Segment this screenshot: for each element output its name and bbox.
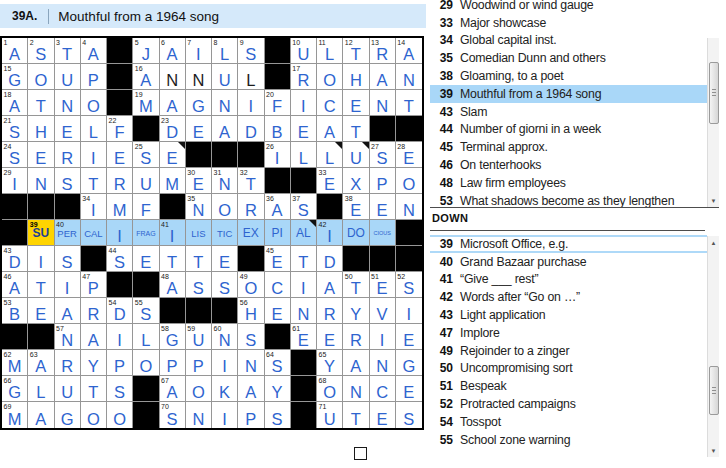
cell-letter: I: [291, 280, 316, 297]
grid-cell-r7c4[interactable]: 34I: [81, 194, 107, 220]
cell-letter: G: [396, 358, 422, 375]
grid-cell-r9c6[interactable]: E: [133, 246, 159, 272]
grid-cell-r8c2[interactable]: 39SU: [28, 220, 54, 246]
grid-cell-r11c15[interactable]: V: [370, 298, 396, 324]
cell-letter: C: [317, 98, 342, 115]
down-header-divider: [430, 230, 705, 231]
grid-cell-r5c5[interactable]: E: [107, 142, 133, 168]
grid-cell-r13c13[interactable]: 65Y: [317, 350, 343, 376]
cell-letter: I: [160, 228, 185, 245]
grid-cell-r8c10[interactable]: EX: [238, 220, 264, 246]
cell-letter: R: [238, 202, 263, 219]
across-clue-44[interactable]: 44Number of giorni in a week: [430, 121, 707, 139]
cell-letter: Y: [317, 358, 342, 375]
grid-cell-r13c15[interactable]: N: [370, 350, 396, 376]
grid-cell-r13c2[interactable]: 63A: [28, 350, 54, 376]
grid-cell-r10c15[interactable]: 51E: [370, 272, 396, 298]
grid-cell-r2c5: [107, 64, 133, 90]
cell-letter: D: [238, 124, 263, 141]
grid-cell-r2c14[interactable]: H: [343, 64, 369, 90]
grid-cell-r12c3[interactable]: 57N: [55, 324, 81, 350]
grid-cell-r6c5[interactable]: R: [107, 168, 133, 194]
grid-cell-r3c3[interactable]: N: [55, 90, 81, 116]
grid-cell-r3c9[interactable]: N: [212, 90, 238, 116]
grid-cell-r5c7[interactable]: E: [160, 142, 186, 168]
grid-cell-r4c11[interactable]: B: [265, 116, 291, 142]
grid-cell-r2c13[interactable]: O: [317, 64, 343, 90]
grid-cell-r14c13[interactable]: 68O: [317, 376, 343, 402]
across-clue-33[interactable]: 33Major showcase: [430, 14, 707, 32]
grid-cell-r15c10[interactable]: P: [238, 402, 264, 428]
grid-cell-r1c2[interactable]: 2S: [28, 38, 54, 64]
grid-cell-r8c9[interactable]: TIC: [212, 220, 238, 246]
down-clue-list: 39Microsoft Office, e.g.40Grand Bazaar p…: [430, 235, 707, 449]
across-clue-39[interactable]: 39Mouthful from a 1964 song: [430, 85, 707, 103]
grid-cell-r3c14[interactable]: E: [343, 90, 369, 116]
grid-cell-r10c9[interactable]: S: [212, 272, 238, 298]
grid-cell-r7c15[interactable]: E: [370, 194, 396, 220]
cell-letter: A: [370, 72, 395, 89]
cell-letter: T: [28, 280, 53, 297]
grid-cell-r9c12[interactable]: T: [291, 246, 317, 272]
grid-cell-r10c2[interactable]: T: [28, 272, 54, 298]
grid-cell-r7c1: [2, 194, 28, 220]
cell-letter: P: [160, 358, 185, 375]
grid-cell-r8c14[interactable]: DO: [343, 220, 369, 246]
cell-letter: D: [2, 254, 27, 271]
grid-cell-r5c9: [212, 142, 238, 168]
grid-cell-r11c5[interactable]: 54D: [107, 298, 133, 324]
across-clue-48[interactable]: 48Law firm employees: [430, 174, 707, 192]
grid-cell-r4c3[interactable]: E: [55, 116, 81, 142]
grid-cell-r1c3[interactable]: 3T: [55, 38, 81, 64]
grid-cell-r12c5[interactable]: I: [107, 324, 133, 350]
current-clue-number: 39A.: [12, 9, 37, 23]
cell-letter: E: [133, 254, 158, 271]
grid-cell-r8c7[interactable]: 41I: [160, 220, 186, 246]
down-clue-41[interactable]: 41“Give ___ rest”: [430, 271, 707, 289]
across-clue-34[interactable]: 34Global capital inst.: [430, 32, 707, 50]
grid-cell-r8c6[interactable]: FRAG: [133, 220, 159, 246]
grid-cell-r14c14[interactable]: N: [343, 376, 369, 402]
grid-cell-r14c15[interactable]: C: [370, 376, 396, 402]
cell-letter: I: [265, 150, 290, 167]
grid-cell-r2c8[interactable]: N: [186, 64, 212, 90]
grid-cell-r7c6[interactable]: F: [133, 194, 159, 220]
grid-cell-r9c3[interactable]: S: [55, 246, 81, 272]
grid-cell-r15c15[interactable]: E: [370, 402, 396, 428]
grid-cell-r6c14[interactable]: X: [343, 168, 369, 194]
cell-letter: E: [212, 254, 237, 271]
grid-cell-r14c11[interactable]: Y: [265, 376, 291, 402]
down-scroll-up-icon[interactable]: ▲: [708, 236, 719, 249]
down-clue-50[interactable]: 50Uncompromising sort: [430, 360, 707, 378]
cell-letter: N: [186, 411, 211, 428]
grid-cell-r3c12[interactable]: I: [291, 90, 317, 116]
grid-cell-r8c12[interactable]: AL: [291, 220, 317, 246]
grid-cell-r1c14[interactable]: 12T: [343, 38, 369, 64]
grid-cell-r10c7[interactable]: 48A: [160, 272, 186, 298]
across-scrollbar[interactable]: ▼: [707, 38, 719, 207]
grid-cell-r3c6[interactable]: 19M: [133, 90, 159, 116]
cell-letter: I: [212, 411, 237, 428]
grid-cell-r14c12: [291, 376, 317, 402]
grid-cell-r15c13[interactable]: 71U: [317, 402, 343, 428]
clue-number: 43: [430, 105, 453, 119]
cell-letter: R: [317, 306, 342, 323]
grid-cell-r12c16[interactable]: E: [396, 324, 422, 350]
cell-letter: I: [291, 98, 316, 115]
grid-cell-r1c9[interactable]: 8L: [212, 38, 238, 64]
across-clue-43[interactable]: 43Slam: [430, 103, 707, 121]
grid-cell-r13c16[interactable]: G: [396, 350, 422, 376]
grid-cell-r13c12: [291, 350, 317, 376]
clue-number: 33: [430, 16, 453, 30]
grid-cell-r9c5[interactable]: 44S: [107, 246, 133, 272]
grid-cell-r7c8[interactable]: 35N: [186, 194, 212, 220]
clue-text: Light application: [460, 308, 545, 322]
grid-cell-r3c15[interactable]: N: [370, 90, 396, 116]
grid-cell-r1c4[interactable]: 4A: [81, 38, 107, 64]
grid-cell-r11c3[interactable]: A: [55, 298, 81, 324]
down-scrollbar[interactable]: ▲ ▼: [707, 236, 719, 457]
grid-cell-r3c2[interactable]: T: [28, 90, 54, 116]
grid-cell-r9c7[interactable]: T: [160, 246, 186, 272]
cell-letter: S: [186, 280, 211, 297]
crossword-grid[interactable]: 1A2S3T4A5J6A7I8L9S10U11L12T13R14A15GOUP1…: [0, 36, 424, 430]
grid-cell-r8c8[interactable]: LIS: [186, 220, 212, 246]
clue-number: 43: [430, 308, 453, 322]
grid-cell-r2c12[interactable]: 17R: [291, 64, 317, 90]
cell-letter: T: [291, 254, 316, 271]
cell-letter: A: [28, 411, 53, 428]
grid-cell-r5c11[interactable]: 26I: [265, 142, 291, 168]
clue-text: Global capital inst.: [460, 33, 556, 47]
grid-cell-r12c12[interactable]: 61E: [291, 324, 317, 350]
grid-cell-r1c13[interactable]: 11L: [317, 38, 343, 64]
grid-cell-r15c8[interactable]: N: [186, 402, 212, 428]
grid-cell-r4c12[interactable]: E: [291, 116, 317, 142]
grid-cell-r5c6[interactable]: 25S: [133, 142, 159, 168]
grid-cell-r6c10[interactable]: 32T: [238, 168, 264, 194]
grid-cell-r4c8[interactable]: E: [186, 116, 212, 142]
grid-cell-r5c3[interactable]: R: [55, 142, 81, 168]
grid-cell-r11c13[interactable]: R: [317, 298, 343, 324]
grid-cell-r15c2[interactable]: A: [28, 402, 54, 428]
grid-cell-r9c15: [370, 246, 396, 272]
grid-cell-r10c4[interactable]: 47P: [81, 272, 107, 298]
grid-cell-r15c4[interactable]: O: [81, 402, 107, 428]
grid-cell-r11c11[interactable]: E: [265, 298, 291, 324]
grid-cell-r12c8[interactable]: 59U: [186, 324, 212, 350]
grid-cell-r2c10[interactable]: L: [238, 64, 264, 90]
grid-cell-r6c4[interactable]: T: [81, 168, 107, 194]
grid-cell-r3c13[interactable]: C: [317, 90, 343, 116]
grid-cell-r14c4[interactable]: T: [81, 376, 107, 402]
across-scroll-down-icon[interactable]: ▼: [708, 194, 719, 207]
grid-cell-r2c2[interactable]: O: [28, 64, 54, 90]
grid-cell-r13c8[interactable]: P: [186, 350, 212, 376]
grid-cell-r3c4[interactable]: O: [81, 90, 107, 116]
grid-cell-r15c7[interactable]: 70S: [160, 402, 186, 428]
grid-cell-r11c1[interactable]: 53B: [2, 298, 28, 324]
grid-cell-r12c1: [2, 324, 28, 350]
grid-cell-r14c9[interactable]: K: [212, 376, 238, 402]
grid-cell-r13c14[interactable]: A: [343, 350, 369, 376]
grid-cell-r4c13[interactable]: A: [317, 116, 343, 142]
clue-number: 38: [430, 69, 453, 83]
grid-cell-r10c3[interactable]: I: [55, 272, 81, 298]
grid-cell-r2c6[interactable]: 16A: [133, 64, 159, 90]
cell-letter: FRAG: [133, 230, 158, 237]
down-clue-40[interactable]: 40Grand Bazaar purchase: [430, 253, 707, 271]
grid-cell-r1c10[interactable]: 9S: [238, 38, 264, 64]
grid-cell-r6c9[interactable]: 31N: [212, 168, 238, 194]
grid-cell-r12c15[interactable]: I: [370, 324, 396, 350]
cell-letter: T: [186, 254, 211, 271]
grid-cell-r13c9[interactable]: I: [212, 350, 238, 376]
grid-cell-r11c6[interactable]: 55S: [133, 298, 159, 324]
cell-letter: U: [291, 46, 316, 63]
grid-cell-r13c3[interactable]: R: [55, 350, 81, 376]
grid-cell-r2c7[interactable]: N: [160, 64, 186, 90]
grid-cell-r9c1[interactable]: 43D: [2, 246, 28, 272]
down-clue-55[interactable]: 55School zone warning: [430, 431, 707, 449]
cell-letter: G: [2, 384, 27, 401]
clue-number: 42: [430, 290, 453, 304]
grid-cell-r13c11[interactable]: 64S: [265, 350, 291, 376]
grid-cell-r5c12[interactable]: L: [291, 142, 317, 168]
grid-cell-r14c16[interactable]: E: [396, 376, 422, 402]
grid-cell-r13c10[interactable]: N: [238, 350, 264, 376]
grid-cell-r13c6[interactable]: O: [133, 350, 159, 376]
grid-cell-r2c9[interactable]: U: [212, 64, 238, 90]
grid-cell-r15c11[interactable]: S: [265, 402, 291, 428]
grid-cell-r5c15[interactable]: 27S: [370, 142, 396, 168]
corrected-corner-icon: [178, 142, 185, 149]
grid-cell-r6c13[interactable]: 33E: [317, 168, 343, 194]
cell-letter: P: [370, 176, 395, 193]
grid-cell-r1c12[interactable]: 10U: [291, 38, 317, 64]
grid-cell-r12c7[interactable]: 58G: [160, 324, 186, 350]
down-clue-51[interactable]: 51Bespeak: [430, 377, 707, 395]
grid-cell-r3c8[interactable]: G: [186, 90, 212, 116]
clue-text: School zone warning: [460, 433, 570, 447]
down-clue-52[interactable]: 52Protracted campaigns: [430, 395, 707, 413]
clue-number: 45: [430, 140, 453, 154]
clue-text: Rejoinder to a zinger: [460, 344, 569, 358]
grid-cell-r15c9[interactable]: I: [212, 402, 238, 428]
grid-cell-r9c2[interactable]: I: [28, 246, 54, 272]
grid-cell-r6c6[interactable]: U: [133, 168, 159, 194]
grid-cell-r1c1[interactable]: 1A: [2, 38, 28, 64]
cell-letter: M: [2, 358, 27, 375]
grid-cell-r10c12[interactable]: I: [291, 272, 317, 298]
grid-cell-r12c6[interactable]: L: [133, 324, 159, 350]
grid-cell-r2c1[interactable]: 15G: [2, 64, 28, 90]
across-clue-38[interactable]: 38Gloaming, to a poet: [430, 67, 707, 85]
grid-cell-r10c10[interactable]: 49O: [238, 272, 264, 298]
grid-cell-r11c16[interactable]: I: [396, 298, 422, 324]
grid-cell-r12c10[interactable]: S: [238, 324, 264, 350]
cell-letter: A: [55, 306, 80, 323]
cell-letter: J: [133, 46, 158, 63]
grid-cell-r8c5[interactable]: I: [107, 220, 133, 246]
grid-cell-r1c7[interactable]: 6A: [160, 38, 186, 64]
grid-cell-r8c4[interactable]: CAL: [81, 220, 107, 246]
grid-cell-r13c1[interactable]: 62M: [2, 350, 28, 376]
grid-cell-r14c5[interactable]: S: [107, 376, 133, 402]
cell-letter: I: [107, 332, 132, 349]
cell-letter: H: [343, 72, 368, 89]
grid-cell-r6c15[interactable]: P: [370, 168, 396, 194]
grid-cell-r2c3[interactable]: U: [55, 64, 81, 90]
across-clue-53[interactable]: 53What shadows become as they lengthen: [430, 192, 707, 207]
grid-cell-r15c5[interactable]: O: [107, 402, 133, 428]
grid-cell-r2c4[interactable]: P: [81, 64, 107, 90]
grid-cell-r6c3[interactable]: S: [55, 168, 81, 194]
cell-letter: D: [107, 306, 132, 323]
grid-cell-r3c7[interactable]: A: [160, 90, 186, 116]
grid-cell-r4c9[interactable]: A: [212, 116, 238, 142]
grid-cell-r14c3[interactable]: U: [55, 376, 81, 402]
grid-cell-r4c7[interactable]: 23D: [160, 116, 186, 142]
grid-cell-r4c1[interactable]: 21S: [2, 116, 28, 142]
grid-cell-r10c13[interactable]: A: [317, 272, 343, 298]
grid-cell-r8c15[interactable]: CIOUS: [370, 220, 396, 246]
grid-cell-r13c4[interactable]: Y: [81, 350, 107, 376]
grid-cell-r1c8[interactable]: 7I: [186, 38, 212, 64]
grid-cell-r6c7[interactable]: M: [160, 168, 186, 194]
cell-letter: E: [317, 176, 342, 193]
grid-cell-r12c4[interactable]: A: [81, 324, 107, 350]
grid-cell-r10c16[interactable]: 52S: [396, 272, 422, 298]
grid-cell-r15c3[interactable]: G: [55, 402, 81, 428]
grid-cell-r4c14[interactable]: T: [343, 116, 369, 142]
grid-cell-r1c11: [265, 38, 291, 64]
grid-cell-r6c16[interactable]: O: [396, 168, 422, 194]
grid-cell-r9c9[interactable]: E: [212, 246, 238, 272]
grid-cell-r13c7[interactable]: P: [160, 350, 186, 376]
grid-cell-r8c16: [396, 220, 422, 246]
grid-cell-r11c2[interactable]: E: [28, 298, 54, 324]
grid-cell-r5c2[interactable]: E: [28, 142, 54, 168]
across-scrollbar-thumb[interactable]: [709, 62, 719, 124]
grid-cell-r14c7[interactable]: 67A: [160, 376, 186, 402]
clue-text: Protracted campaigns: [460, 397, 576, 411]
across-clue-29[interactable]: 29Woodwind or wind gauge: [430, 0, 707, 14]
down-clue-47[interactable]: 47Implore: [430, 324, 707, 342]
grid-cell-r1c6[interactable]: 5J: [133, 38, 159, 64]
grid-cell-r7c14[interactable]: 38E: [343, 194, 369, 220]
grid-cell-r3c11[interactable]: 20F: [265, 90, 291, 116]
grid-cell-r14c2[interactable]: L: [28, 376, 54, 402]
grid-cell-r5c14[interactable]: U: [343, 142, 369, 168]
grid-cell-r8c11[interactable]: PI: [265, 220, 291, 246]
grid-cell-r10c14[interactable]: 50T: [343, 272, 369, 298]
down-clue-39[interactable]: 39Microsoft Office, e.g.: [430, 235, 707, 253]
down-clue-42[interactable]: 42Words after “Go on …”: [430, 288, 707, 306]
grid-cell-r6c1[interactable]: 29I: [2, 168, 28, 194]
grid-cell-r5c4[interactable]: I: [81, 142, 107, 168]
grid-cell-r15c16[interactable]: S: [396, 402, 422, 428]
grid-cell-r4c4[interactable]: L: [81, 116, 107, 142]
cell-letter: R: [370, 46, 395, 63]
grid-cell-r14c8[interactable]: O: [186, 376, 212, 402]
down-clue-54[interactable]: 54Tosspot: [430, 413, 707, 431]
grid-cell-r5c16[interactable]: 28E: [396, 142, 422, 168]
grid-cell-r6c8[interactable]: 30E: [186, 168, 212, 194]
grid-cell-r7c12[interactable]: 37S: [291, 194, 317, 220]
grid-cell-r5c13[interactable]: L: [317, 142, 343, 168]
grid-cell-r15c1[interactable]: 69M: [2, 402, 28, 428]
grid-cell-r2c16[interactable]: N: [396, 64, 422, 90]
down-clue-49[interactable]: 49Rejoinder to a zinger: [430, 342, 707, 360]
grid-cell-r1c16[interactable]: 14A: [396, 38, 422, 64]
grid-cell-r11c14[interactable]: Y: [343, 298, 369, 324]
grid-cell-r11c4[interactable]: R: [81, 298, 107, 324]
grid-cell-r9c8[interactable]: T: [186, 246, 212, 272]
down-clue-43[interactable]: 43Light application: [430, 306, 707, 324]
across-clue-46[interactable]: 46On tenterhooks: [430, 156, 707, 174]
cell-letter: U: [212, 72, 237, 89]
grid-cell-r5c10: [238, 142, 264, 168]
grid-cell-r10c1[interactable]: 46A: [2, 272, 28, 298]
cell-letter: E: [370, 202, 395, 219]
grid-cell-r4c5[interactable]: 22F: [107, 116, 133, 142]
grid-cell-r3c16[interactable]: T: [396, 90, 422, 116]
grid-cell-r4c10[interactable]: D: [238, 116, 264, 142]
across-clue-45[interactable]: 45Terminal approx.: [430, 138, 707, 156]
grid-cell-r8c13[interactable]: 42I: [317, 220, 343, 246]
grid-cell-r3c1[interactable]: 18A: [2, 90, 28, 116]
grid-cell-r9c13[interactable]: D: [317, 246, 343, 272]
grid-cell-r7c10[interactable]: R: [238, 194, 264, 220]
grid-cell-r8c3[interactable]: 40PER: [55, 220, 81, 246]
cell-letter: EX: [238, 227, 263, 239]
grid-cell-r7c11[interactable]: 36A: [265, 194, 291, 220]
grid-cell-r10c8[interactable]: S: [186, 272, 212, 298]
grid-cell-r7c16[interactable]: N: [396, 194, 422, 220]
grid-cell-r11c12[interactable]: N: [291, 298, 317, 324]
grid-cell-r5c1[interactable]: 24S: [2, 142, 28, 168]
cell-letter: C: [265, 280, 290, 297]
grid-cell-r6c2[interactable]: N: [28, 168, 54, 194]
grid-cell-r9c11[interactable]: 45E: [265, 246, 291, 272]
down-scrollbar-thumb[interactable]: [709, 366, 719, 415]
grid-cell-r12c14[interactable]: R: [343, 324, 369, 350]
grid-cell-r2c15[interactable]: A: [370, 64, 396, 90]
grid-cell-r11c10[interactable]: 56H: [238, 298, 264, 324]
grid-cell-r7c2: [28, 194, 54, 220]
grid-cell-r7c5[interactable]: M: [107, 194, 133, 220]
cell-letter: S: [107, 384, 132, 401]
square-icon[interactable]: [354, 447, 367, 460]
across-clue-35[interactable]: 35Comedian Dunn and others: [430, 49, 707, 67]
grid-cell-r7c9[interactable]: O: [212, 194, 238, 220]
grid-cell-r12c9[interactable]: 60N: [212, 324, 238, 350]
grid-cell-r12c13[interactable]: E: [317, 324, 343, 350]
grid-cell-r1c15[interactable]: 13R: [370, 38, 396, 64]
grid-cell-r3c10[interactable]: I: [238, 90, 264, 116]
grid-cell-r15c14[interactable]: T: [343, 402, 369, 428]
grid-cell-r14c10[interactable]: A: [238, 376, 264, 402]
down-scroll-down-icon[interactable]: ▼: [708, 444, 719, 457]
grid-cell-r4c2[interactable]: H: [28, 116, 54, 142]
grid-cell-r13c5[interactable]: P: [107, 350, 133, 376]
grid-cell-r10c11[interactable]: C: [265, 272, 291, 298]
grid-cell-r14c1[interactable]: 66G: [2, 376, 28, 402]
